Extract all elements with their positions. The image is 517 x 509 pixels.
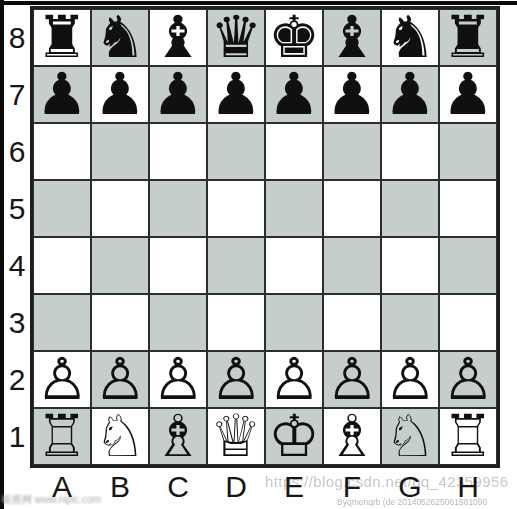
file-label-B: B — [91, 471, 149, 503]
square-c1[interactable]: ♗ — [149, 408, 207, 465]
piece-white-knight[interactable]: ♘ — [94, 408, 146, 465]
square-e1[interactable]: ♔ — [265, 408, 323, 465]
piece-black-rook[interactable]: ♜ — [442, 9, 494, 66]
rank-label-4: 4 — [4, 237, 30, 294]
piece-black-pawn[interactable]: ♟ — [152, 66, 204, 123]
square-d4[interactable] — [207, 237, 265, 294]
file-label-D: D — [207, 471, 265, 503]
square-h5[interactable] — [439, 180, 497, 237]
square-c6[interactable] — [149, 123, 207, 180]
piece-black-pawn[interactable]: ♟ — [326, 66, 378, 123]
piece-black-pawn[interactable]: ♟ — [36, 66, 88, 123]
square-a7[interactable]: ♟ — [33, 66, 91, 123]
rank-label-1: 1 — [4, 408, 30, 465]
square-b2[interactable]: ♙ — [91, 351, 149, 408]
square-f1[interactable]: ♗ — [323, 408, 381, 465]
piece-white-king[interactable]: ♔ — [268, 408, 320, 465]
square-h3[interactable] — [439, 294, 497, 351]
square-b3[interactable] — [91, 294, 149, 351]
piece-white-queen[interactable]: ♕ — [210, 408, 262, 465]
piece-white-rook[interactable]: ♖ — [36, 408, 88, 465]
square-d6[interactable] — [207, 123, 265, 180]
piece-black-knight[interactable]: ♞ — [94, 9, 146, 66]
square-a2[interactable]: ♙ — [33, 351, 91, 408]
square-a8[interactable]: ♜ — [33, 9, 91, 66]
square-e4[interactable] — [265, 237, 323, 294]
piece-black-knight[interactable]: ♞ — [384, 9, 436, 66]
rank-label-2: 2 — [4, 351, 30, 408]
piece-white-rook[interactable]: ♖ — [442, 408, 494, 465]
square-c8[interactable]: ♝ — [149, 9, 207, 66]
square-f6[interactable] — [323, 123, 381, 180]
piece-black-bishop[interactable]: ♝ — [152, 9, 204, 66]
square-a5[interactable] — [33, 180, 91, 237]
watermark-tiny: Byqmenqrb (de 2014052625061581090 — [337, 497, 487, 507]
square-f8[interactable]: ♝ — [323, 9, 381, 66]
square-f3[interactable] — [323, 294, 381, 351]
square-d3[interactable] — [207, 294, 265, 351]
square-h2[interactable]: ♙ — [439, 351, 497, 408]
square-d5[interactable] — [207, 180, 265, 237]
file-label-E: E — [265, 471, 323, 503]
piece-black-pawn[interactable]: ♟ — [94, 66, 146, 123]
rank-label-7: 7 — [4, 66, 30, 123]
piece-black-bishop[interactable]: ♝ — [326, 9, 378, 66]
piece-white-bishop[interactable]: ♗ — [326, 408, 378, 465]
square-g3[interactable] — [381, 294, 439, 351]
square-g8[interactable]: ♞ — [381, 9, 439, 66]
square-b6[interactable] — [91, 123, 149, 180]
piece-black-king[interactable]: ♚ — [268, 9, 320, 66]
file-label-C: C — [149, 471, 207, 503]
square-e7[interactable]: ♟ — [265, 66, 323, 123]
square-e2[interactable]: ♙ — [265, 351, 323, 408]
square-b1[interactable]: ♘ — [91, 408, 149, 465]
square-h4[interactable] — [439, 237, 497, 294]
piece-black-pawn[interactable]: ♟ — [268, 66, 320, 123]
square-h8[interactable]: ♜ — [439, 9, 497, 66]
piece-white-pawn[interactable]: ♙ — [94, 351, 146, 408]
piece-black-rook[interactable]: ♜ — [36, 9, 88, 66]
piece-white-pawn[interactable]: ♙ — [442, 351, 494, 408]
square-a3[interactable] — [33, 294, 91, 351]
piece-white-pawn[interactable]: ♙ — [268, 351, 320, 408]
chess-diagram: 87654321 ♜♞♝♛♚♝♞♜♟♟♟♟♟♟♟♟♙♙♙♙♙♙♙♙♖♘♗♕♔♗♘… — [0, 0, 517, 509]
square-b4[interactable] — [91, 237, 149, 294]
square-c7[interactable]: ♟ — [149, 66, 207, 123]
rank-label-5: 5 — [4, 180, 30, 237]
square-e3[interactable] — [265, 294, 323, 351]
piece-white-pawn[interactable]: ♙ — [210, 351, 262, 408]
piece-white-pawn[interactable]: ♙ — [384, 351, 436, 408]
square-f2[interactable]: ♙ — [323, 351, 381, 408]
chess-board: ♜♞♝♛♚♝♞♜♟♟♟♟♟♟♟♟♙♙♙♙♙♙♙♙♖♘♗♕♔♗♘♖ — [30, 6, 500, 468]
rank-labels: 87654321 — [4, 9, 30, 465]
square-g1[interactable]: ♘ — [381, 408, 439, 465]
square-d2[interactable]: ♙ — [207, 351, 265, 408]
square-c5[interactable] — [149, 180, 207, 237]
piece-white-knight[interactable]: ♘ — [384, 408, 436, 465]
piece-white-bishop[interactable]: ♗ — [152, 408, 204, 465]
square-g6[interactable] — [381, 123, 439, 180]
square-h7[interactable]: ♟ — [439, 66, 497, 123]
square-e5[interactable] — [265, 180, 323, 237]
square-a4[interactable] — [33, 237, 91, 294]
square-h6[interactable] — [439, 123, 497, 180]
rank-label-3: 3 — [4, 294, 30, 351]
piece-black-pawn[interactable]: ♟ — [442, 66, 494, 123]
square-g2[interactable]: ♙ — [381, 351, 439, 408]
square-g7[interactable]: ♟ — [381, 66, 439, 123]
square-c3[interactable] — [149, 294, 207, 351]
square-e6[interactable] — [265, 123, 323, 180]
square-b5[interactable] — [91, 180, 149, 237]
rank-label-8: 8 — [4, 9, 30, 66]
piece-white-pawn[interactable]: ♙ — [36, 351, 88, 408]
square-b7[interactable]: ♟ — [91, 66, 149, 123]
rank-label-6: 6 — [4, 123, 30, 180]
file-label-A: A — [33, 471, 91, 503]
square-f5[interactable] — [323, 180, 381, 237]
square-d8[interactable]: ♛ — [207, 9, 265, 66]
square-h1[interactable]: ♖ — [439, 408, 497, 465]
square-c2[interactable]: ♙ — [149, 351, 207, 408]
square-a6[interactable] — [33, 123, 91, 180]
square-f7[interactable]: ♟ — [323, 66, 381, 123]
square-e8[interactable]: ♚ — [265, 9, 323, 66]
square-d7[interactable]: ♟ — [207, 66, 265, 123]
square-f4[interactable] — [323, 237, 381, 294]
piece-white-pawn[interactable]: ♙ — [326, 351, 378, 408]
piece-white-pawn[interactable]: ♙ — [152, 351, 204, 408]
square-a1[interactable]: ♖ — [33, 408, 91, 465]
square-c4[interactable] — [149, 237, 207, 294]
square-g4[interactable] — [381, 237, 439, 294]
square-g5[interactable] — [381, 180, 439, 237]
piece-black-pawn[interactable]: ♟ — [384, 66, 436, 123]
piece-black-queen[interactable]: ♛ — [210, 9, 262, 66]
square-d1[interactable]: ♕ — [207, 408, 265, 465]
piece-black-pawn[interactable]: ♟ — [210, 66, 262, 123]
square-b8[interactable]: ♞ — [91, 9, 149, 66]
